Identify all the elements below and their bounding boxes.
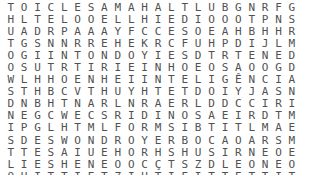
grid-cell[interactable]: B	[178, 135, 191, 147]
grid-cell[interactable]: O	[272, 147, 285, 159]
grid-cell[interactable]: W	[58, 135, 71, 147]
grid-cell[interactable]: L	[4, 159, 17, 171]
grid-cell[interactable]: I	[31, 171, 44, 175]
grid-cell[interactable]: N	[258, 159, 271, 171]
grid-cell[interactable]: E	[31, 159, 44, 171]
grid-cell[interactable]: O	[4, 171, 17, 175]
grid-cell[interactable]: L	[98, 122, 111, 134]
grid-cell[interactable]: O	[125, 147, 138, 159]
grid-cell[interactable]: E	[232, 159, 245, 171]
grid-cell[interactable]: T	[17, 147, 30, 159]
grid-cell[interactable]: R	[138, 147, 151, 159]
grid-cell[interactable]: T	[4, 147, 17, 159]
grid-cell[interactable]: S	[205, 147, 218, 159]
grid-cell[interactable]: L	[44, 122, 57, 134]
grid-cell[interactable]: E	[232, 171, 245, 175]
grid-cell[interactable]: I	[165, 171, 178, 175]
grid-cell[interactable]: T	[205, 171, 218, 175]
grid-cell[interactable]: I	[71, 147, 84, 159]
grid-cell[interactable]: N	[245, 147, 258, 159]
grid-cell[interactable]: T	[285, 171, 298, 175]
grid-cell[interactable]: T	[151, 171, 164, 175]
grid-cell[interactable]: O	[285, 159, 298, 171]
grid-cell[interactable]: E	[71, 159, 84, 171]
grid-cell[interactable]: E	[31, 135, 44, 147]
grid-cell[interactable]: L	[245, 122, 258, 134]
grid-cell[interactable]: E	[84, 171, 97, 175]
grid-cell[interactable]: Z	[111, 171, 124, 175]
grid-cell[interactable]: R	[165, 135, 178, 147]
grid-cell[interactable]: E	[98, 147, 111, 159]
grid-cell[interactable]: C	[205, 135, 218, 147]
grid-cell[interactable]: A	[245, 135, 258, 147]
grid-cell[interactable]: E	[285, 122, 298, 134]
grid-cell[interactable]: P	[17, 122, 30, 134]
grid-cell[interactable]: R	[111, 135, 124, 147]
grid-cell[interactable]: C	[138, 159, 151, 171]
grid-cell[interactable]: F	[111, 122, 124, 134]
grid-cell[interactable]: O	[125, 135, 138, 147]
word-search-screen: TOICLESAMAHALTLUBGNRFGHLTELOOELLHIEDIOOO…	[0, 0, 310, 175]
grid-cell[interactable]: Ç	[151, 159, 164, 171]
grid-cell[interactable]: O	[191, 135, 204, 147]
grid-cell[interactable]: H	[58, 122, 71, 134]
grid-cell[interactable]: A	[218, 135, 231, 147]
grid-cell[interactable]: T	[205, 122, 218, 134]
grid-cell[interactable]: T	[98, 171, 111, 175]
grid-cell[interactable]: S	[44, 135, 57, 147]
grid-cell[interactable]: I	[71, 171, 84, 175]
grid-cell[interactable]: E	[285, 147, 298, 159]
grid-cell[interactable]: D	[98, 135, 111, 147]
grid-cell[interactable]: A	[272, 122, 285, 134]
grid-cell[interactable]: T	[71, 122, 84, 134]
grid-cell[interactable]: O	[125, 159, 138, 171]
grid-cell[interactable]: R	[258, 135, 271, 147]
grid-cell[interactable]: A	[58, 147, 71, 159]
grid-cell[interactable]: Z	[191, 159, 204, 171]
grid-cell[interactable]: N	[84, 135, 97, 147]
grid-cell[interactable]: I	[125, 171, 138, 175]
grid-cell[interactable]: I	[272, 171, 285, 175]
grid-cell[interactable]: Y	[138, 135, 151, 147]
grid-cell[interactable]: I	[17, 159, 30, 171]
grid-cell[interactable]: S	[272, 135, 285, 147]
grid-cell[interactable]: M	[84, 122, 97, 134]
grid-cell[interactable]: T	[58, 171, 71, 175]
grid-cell[interactable]: U	[191, 147, 204, 159]
grid-cell[interactable]: O	[245, 159, 258, 171]
grid-cell[interactable]: O	[232, 135, 245, 147]
grid-cell[interactable]: S	[165, 147, 178, 159]
grid-cell[interactable]: L	[218, 159, 231, 171]
grid-cell[interactable]: O	[125, 122, 138, 134]
grid-cell[interactable]: T	[232, 122, 245, 134]
grid-cell[interactable]: S	[165, 122, 178, 134]
grid-cell[interactable]: O	[111, 159, 124, 171]
grid-cell[interactable]: I	[4, 122, 17, 134]
grid-cell[interactable]: S	[44, 147, 57, 159]
grid-cell[interactable]: I	[178, 122, 191, 134]
grid-cell[interactable]: N	[84, 159, 97, 171]
grid-cell[interactable]: H	[111, 147, 124, 159]
grid-cell[interactable]: S	[4, 135, 17, 147]
grid-cell[interactable]: H	[178, 147, 191, 159]
grid-cell[interactable]: H	[17, 171, 30, 175]
grid-cell[interactable]: R	[232, 147, 245, 159]
word-search-grid: TOICLESAMAHALTLUBGNRFGHLTELOOELLHIEDIOOO…	[4, 2, 299, 175]
grid-cell[interactable]: E	[258, 147, 271, 159]
grid-cell[interactable]: H	[58, 159, 71, 171]
grid-cell[interactable]: E	[178, 171, 191, 175]
grid-cell[interactable]: E	[272, 159, 285, 171]
grid-cell[interactable]: T	[245, 171, 258, 175]
grid-cell[interactable]: R	[138, 122, 151, 134]
grid-cell[interactable]: I	[218, 147, 231, 159]
grid-cell[interactable]: H	[138, 171, 151, 175]
grid-cell[interactable]: M	[285, 135, 298, 147]
grid-cell[interactable]: M	[258, 122, 271, 134]
grid-cell[interactable]: M	[151, 122, 164, 134]
grid-cell[interactable]: E	[98, 159, 111, 171]
grid-cell[interactable]: S	[178, 159, 191, 171]
grid-cell[interactable]: T	[44, 171, 57, 175]
grid-cell[interactable]: S	[44, 159, 57, 171]
grid-cell[interactable]: I	[218, 122, 231, 134]
grid-cell[interactable]: T	[258, 171, 271, 175]
grid-cell[interactable]: O	[71, 135, 84, 147]
grid-cell[interactable]: T	[165, 159, 178, 171]
grid-cell[interactable]: D	[205, 159, 218, 171]
grid-cell[interactable]: T	[218, 171, 231, 175]
grid-cell[interactable]: I	[191, 171, 204, 175]
grid-cell[interactable]: E	[151, 135, 164, 147]
grid-cell[interactable]: G	[31, 122, 44, 134]
grid-cell[interactable]: E	[31, 147, 44, 159]
grid-cell[interactable]: D	[17, 135, 30, 147]
grid-cell[interactable]: U	[84, 147, 97, 159]
grid-cell[interactable]: B	[191, 122, 204, 134]
grid-cell[interactable]: H	[151, 147, 164, 159]
